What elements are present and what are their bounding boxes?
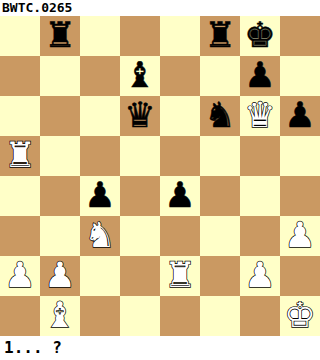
square-g3[interactable] <box>240 216 280 256</box>
square-h3[interactable]: ♟ <box>280 216 320 256</box>
piece-black-pawn: ♟ <box>164 176 195 215</box>
square-a6[interactable] <box>0 96 40 136</box>
square-e1[interactable] <box>160 296 200 336</box>
square-g7[interactable]: ♟ <box>240 56 280 96</box>
square-b7[interactable] <box>40 56 80 96</box>
square-d1[interactable] <box>120 296 160 336</box>
piece-white-pawn: ♟ <box>244 256 275 295</box>
square-f4[interactable] <box>200 176 240 216</box>
square-g2[interactable]: ♟ <box>240 256 280 296</box>
square-h4[interactable] <box>280 176 320 216</box>
piece-black-pawn: ♟ <box>284 96 315 135</box>
square-b6[interactable] <box>40 96 80 136</box>
piece-black-rook: ♜ <box>204 16 235 55</box>
square-f5[interactable] <box>200 136 240 176</box>
square-d7[interactable]: ♝ <box>120 56 160 96</box>
square-c5[interactable] <box>80 136 120 176</box>
square-a8[interactable] <box>0 16 40 56</box>
piece-white-pawn: ♟ <box>284 216 315 255</box>
square-e2[interactable]: ♜ <box>160 256 200 296</box>
piece-white-knight: ♞ <box>84 216 115 255</box>
square-h8[interactable] <box>280 16 320 56</box>
square-b2[interactable]: ♟ <box>40 256 80 296</box>
square-e7[interactable] <box>160 56 200 96</box>
square-c7[interactable] <box>80 56 120 96</box>
square-b4[interactable] <box>40 176 80 216</box>
piece-black-pawn: ♟ <box>84 176 115 215</box>
square-b5[interactable] <box>40 136 80 176</box>
square-h2[interactable] <box>280 256 320 296</box>
square-d8[interactable] <box>120 16 160 56</box>
square-g1[interactable] <box>240 296 280 336</box>
square-b8[interactable]: ♜ <box>40 16 80 56</box>
piece-white-rook: ♜ <box>164 256 195 295</box>
square-a7[interactable] <box>0 56 40 96</box>
square-f6[interactable]: ♞ <box>200 96 240 136</box>
square-c1[interactable] <box>80 296 120 336</box>
chess-board: ♜♜♚♝♟♛♞♛♟♜♟♟♞♟♟♟♜♟♝♚ <box>0 16 320 336</box>
square-d6[interactable]: ♛ <box>120 96 160 136</box>
square-d2[interactable] <box>120 256 160 296</box>
piece-white-king: ♚ <box>284 296 315 335</box>
square-c4[interactable]: ♟ <box>80 176 120 216</box>
square-b3[interactable] <box>40 216 80 256</box>
square-h6[interactable]: ♟ <box>280 96 320 136</box>
square-a2[interactable]: ♟ <box>0 256 40 296</box>
square-e6[interactable] <box>160 96 200 136</box>
piece-black-king: ♚ <box>244 16 275 55</box>
piece-black-pawn: ♟ <box>244 56 275 95</box>
square-h5[interactable] <box>280 136 320 176</box>
square-a5[interactable]: ♜ <box>0 136 40 176</box>
square-f3[interactable] <box>200 216 240 256</box>
piece-white-rook: ♜ <box>4 136 35 175</box>
square-d3[interactable] <box>120 216 160 256</box>
square-e8[interactable] <box>160 16 200 56</box>
square-c3[interactable]: ♞ <box>80 216 120 256</box>
square-g4[interactable] <box>240 176 280 216</box>
square-f7[interactable] <box>200 56 240 96</box>
square-g5[interactable] <box>240 136 280 176</box>
square-d4[interactable] <box>120 176 160 216</box>
piece-white-bishop: ♝ <box>44 296 75 335</box>
square-e4[interactable]: ♟ <box>160 176 200 216</box>
square-e3[interactable] <box>160 216 200 256</box>
square-h7[interactable] <box>280 56 320 96</box>
square-h1[interactable]: ♚ <box>280 296 320 336</box>
square-f8[interactable]: ♜ <box>200 16 240 56</box>
square-a4[interactable] <box>0 176 40 216</box>
piece-black-queen: ♛ <box>124 96 155 135</box>
piece-white-pawn: ♟ <box>4 256 35 295</box>
square-b1[interactable]: ♝ <box>40 296 80 336</box>
piece-black-bishop: ♝ <box>124 56 155 95</box>
square-e5[interactable] <box>160 136 200 176</box>
puzzle-id: BWTC.0265 <box>0 0 320 16</box>
square-c8[interactable] <box>80 16 120 56</box>
square-f1[interactable] <box>200 296 240 336</box>
piece-black-rook: ♜ <box>44 16 75 55</box>
square-c2[interactable] <box>80 256 120 296</box>
square-g8[interactable]: ♚ <box>240 16 280 56</box>
square-a3[interactable] <box>0 216 40 256</box>
move-prompt: 1... ? <box>0 336 320 360</box>
piece-white-pawn: ♟ <box>44 256 75 295</box>
square-d5[interactable] <box>120 136 160 176</box>
piece-white-queen: ♛ <box>244 96 275 135</box>
square-a1[interactable] <box>0 296 40 336</box>
square-c6[interactable] <box>80 96 120 136</box>
square-g6[interactable]: ♛ <box>240 96 280 136</box>
piece-black-knight: ♞ <box>204 96 235 135</box>
square-f2[interactable] <box>200 256 240 296</box>
